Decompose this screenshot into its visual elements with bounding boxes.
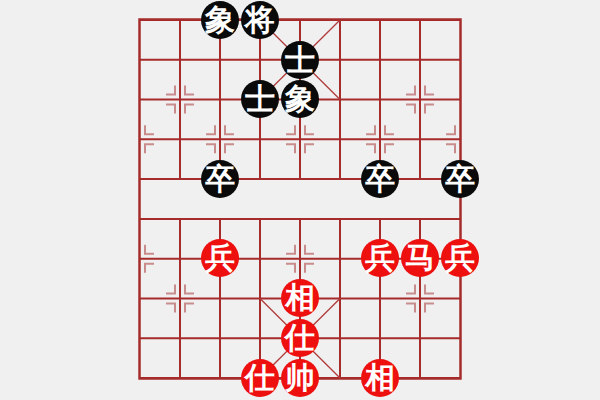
piece-black-soldier[interactable]: 卒 — [361, 160, 399, 198]
piece-black-general[interactable]: 将 — [241, 1, 279, 39]
piece-black-elephant[interactable]: 象 — [201, 1, 239, 39]
piece-red-general[interactable]: 帅 — [281, 359, 319, 397]
piece-red-advisor[interactable]: 仕 — [241, 359, 279, 397]
piece-red-soldier[interactable]: 兵 — [361, 239, 399, 277]
piece-black-advisor[interactable]: 士 — [281, 41, 319, 79]
piece-red-soldier[interactable]: 兵 — [441, 239, 479, 277]
piece-black-elephant[interactable]: 象 — [281, 80, 319, 118]
piece-black-soldier[interactable]: 卒 — [201, 160, 239, 198]
piece-red-advisor[interactable]: 仕 — [281, 319, 319, 357]
piece-red-elephant[interactable]: 相 — [281, 279, 319, 317]
piece-black-soldier[interactable]: 卒 — [441, 160, 479, 198]
piece-black-advisor[interactable]: 士 — [241, 80, 279, 118]
xiangqi-board: 象将士士象卒卒卒兵兵马兵相仕仕帅相 — [0, 0, 600, 400]
piece-red-soldier[interactable]: 兵 — [201, 239, 239, 277]
piece-red-elephant[interactable]: 相 — [361, 359, 399, 397]
piece-grid: 象将士士象卒卒卒兵兵马兵相仕仕帅相 — [120, 0, 480, 398]
piece-red-horse[interactable]: 马 — [401, 239, 439, 277]
